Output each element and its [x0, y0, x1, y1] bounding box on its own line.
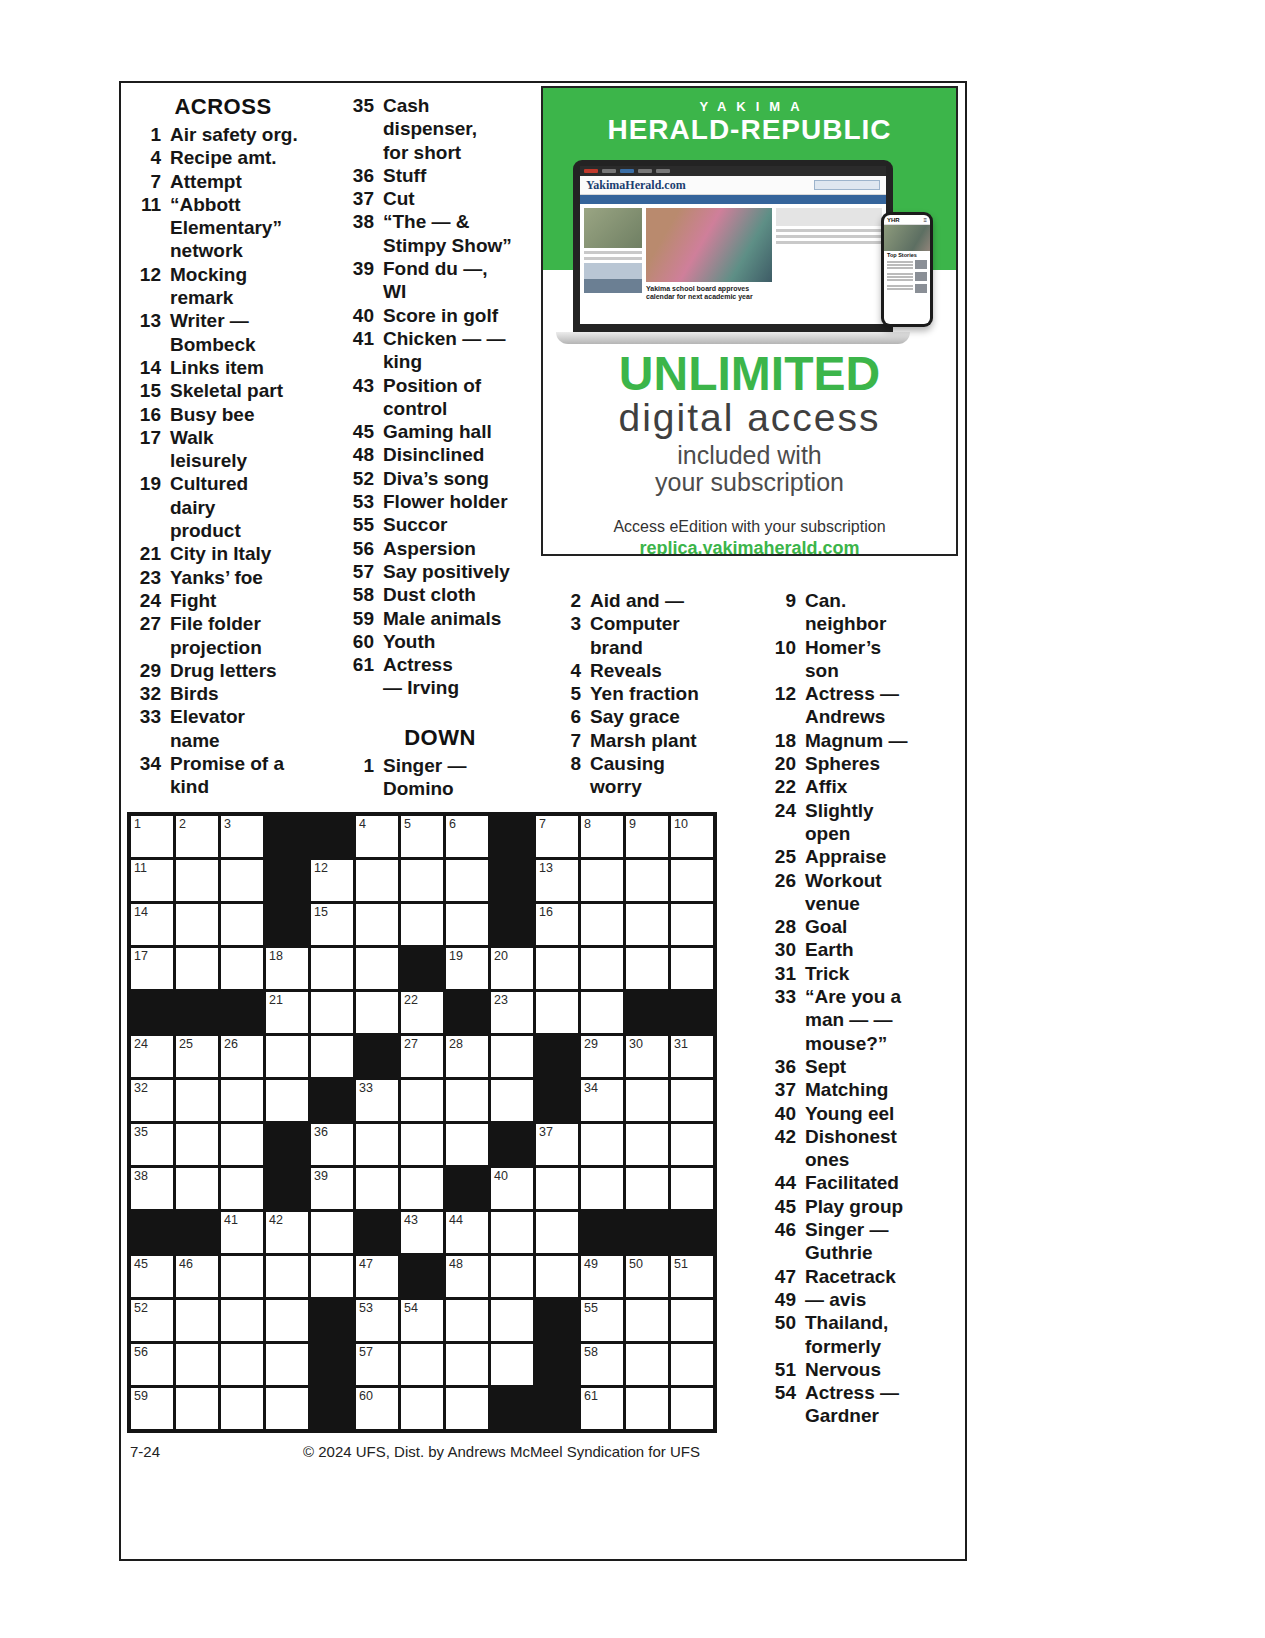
grid-cell[interactable]	[266, 1256, 308, 1297]
clue-item: 11“Abbott Elementary” network	[134, 193, 312, 263]
grid-cell[interactable]: 13	[536, 860, 578, 901]
ad-unlimited-headline: UNLIMITED	[543, 350, 956, 397]
laptop-screen: YakimaHerald.com Yakima school board app…	[580, 166, 886, 324]
clue-item: 7Marsh plant	[553, 729, 721, 752]
across-header: ACROSS	[134, 94, 312, 120]
clue-text: Can. neighbor	[805, 589, 886, 636]
clue-item: 24Slightly open	[758, 799, 940, 846]
grid-cell[interactable]	[356, 904, 398, 945]
across-clues-column-1: ACROSS1Air safety org.4Recipe amt.7Attem…	[134, 94, 312, 799]
grid-cell[interactable]	[536, 948, 578, 989]
grid-cell[interactable]	[221, 1168, 263, 1209]
clue-item: 48Disinclined	[340, 443, 540, 466]
cell-number: 51	[674, 1257, 688, 1271]
grid-cell[interactable]	[401, 1388, 443, 1429]
block-cell	[491, 1388, 533, 1429]
cell-number: 57	[359, 1345, 373, 1359]
clue-item: 54Actress — Gardner	[758, 1381, 940, 1428]
cell-number: 54	[404, 1301, 418, 1315]
block-cell	[536, 1080, 578, 1121]
grid-cell[interactable]: 11	[131, 860, 173, 901]
cell-number: 3	[224, 817, 231, 831]
grid-cell[interactable]: 12	[311, 860, 353, 901]
clue-text: Spheres	[805, 752, 880, 775]
clue-text: Writer — Bombeck	[170, 309, 256, 356]
across-down-clues-column-2: 35Cash dispenser, for short36Stuff37Cut3…	[340, 94, 540, 800]
cell-number: 25	[179, 1037, 193, 1051]
grid-cell[interactable]	[581, 948, 623, 989]
grid-cell[interactable]	[311, 1036, 353, 1077]
grid-cell[interactable]: 35	[131, 1124, 173, 1165]
grid-cell[interactable]: 57	[356, 1344, 398, 1385]
cell-number: 33	[359, 1081, 373, 1095]
grid-cell[interactable]: 3	[221, 816, 263, 857]
grid-cell[interactable]: 23	[491, 992, 533, 1033]
grid-cell[interactable]: 17	[131, 948, 173, 989]
grid-cell[interactable]	[671, 1124, 713, 1165]
clue-text: Recipe amt.	[170, 146, 277, 169]
grid-cell[interactable]: 25	[176, 1036, 218, 1077]
ad-replica-url[interactable]: replica.yakimaherald.com	[543, 538, 956, 556]
grid-cell[interactable]	[356, 860, 398, 901]
clue-item: 18Magnum —	[758, 729, 940, 752]
grid-cell[interactable]	[491, 1256, 533, 1297]
clue-item: 19Cultured dairy product	[134, 472, 312, 542]
grid-cell[interactable]: 29	[581, 1036, 623, 1077]
clue-number: 2	[553, 589, 590, 612]
grid-cell[interactable]	[311, 1212, 353, 1253]
clue-number: 48	[340, 443, 383, 466]
grid-cell[interactable]	[221, 1300, 263, 1341]
clue-number: 17	[134, 426, 170, 473]
grid-cell[interactable]: 30	[626, 1036, 668, 1077]
grid-cell[interactable]	[176, 1344, 218, 1385]
grid-cell[interactable]: 42	[266, 1212, 308, 1253]
site-nav-bar	[580, 195, 886, 204]
grid-cell[interactable]	[176, 860, 218, 901]
clue-item: 57Say positively	[340, 560, 540, 583]
clue-item: 45Gaming hall	[340, 420, 540, 443]
cell-number: 11	[134, 861, 147, 875]
clue-number: 55	[340, 513, 383, 536]
grid-cell[interactable]: 7	[536, 816, 578, 857]
grid-cell[interactable]	[401, 1080, 443, 1121]
clue-number: 10	[758, 636, 805, 683]
grid-cell[interactable]	[626, 1080, 668, 1121]
grid-cell[interactable]	[221, 860, 263, 901]
cell-number: 27	[404, 1037, 418, 1051]
grid-cell[interactable]	[671, 1168, 713, 1209]
clue-text: Walk leisurely	[170, 426, 247, 473]
grid-cell[interactable]	[446, 1388, 488, 1429]
grid-cell[interactable]: 15	[311, 904, 353, 945]
block-cell	[176, 992, 218, 1033]
grid-cell[interactable]: 2	[176, 816, 218, 857]
cell-number: 55	[584, 1301, 598, 1315]
grid-cell[interactable]: 21	[266, 992, 308, 1033]
clue-number: 33	[134, 705, 170, 752]
grid-cell[interactable]: 10	[671, 816, 713, 857]
clue-number: 20	[758, 752, 805, 775]
block-cell	[266, 860, 308, 901]
phone-story-text	[887, 260, 913, 270]
block-cell	[311, 1300, 353, 1341]
grid-cell[interactable]: 53	[356, 1300, 398, 1341]
grid-cell[interactable]	[356, 1124, 398, 1165]
clue-number: 32	[134, 682, 170, 705]
grid-cell[interactable]	[221, 1124, 263, 1165]
clue-number: 47	[758, 1265, 805, 1288]
grid-cell[interactable]: 54	[401, 1300, 443, 1341]
grid-cell[interactable]	[581, 992, 623, 1033]
clue-item: 23Yanks’ foe	[134, 566, 312, 589]
clue-number: 21	[134, 542, 170, 565]
clue-text: Say positively	[383, 560, 510, 583]
grid-cell[interactable]	[356, 1168, 398, 1209]
clue-text: Youth	[383, 630, 435, 653]
clue-item: 14Links item	[134, 356, 312, 379]
grid-cell[interactable]	[671, 1080, 713, 1121]
grid-cell[interactable]	[536, 1212, 578, 1253]
grid-cell[interactable]	[176, 904, 218, 945]
site-masthead: YakimaHerald.com	[580, 176, 886, 195]
block-cell	[671, 992, 713, 1033]
grid-cell[interactable]: 31	[671, 1036, 713, 1077]
grid-cell[interactable]	[311, 992, 353, 1033]
grid-cell[interactable]: 26	[221, 1036, 263, 1077]
clue-number: 51	[758, 1358, 805, 1381]
grid-cell[interactable]	[401, 1168, 443, 1209]
grid-cell[interactable]	[581, 904, 623, 945]
clue-number: 22	[758, 775, 805, 798]
cell-number: 43	[404, 1213, 418, 1227]
grid-cell[interactable]	[536, 1256, 578, 1297]
clue-item: 40Score in golf	[340, 304, 540, 327]
grid-cell[interactable]	[491, 1212, 533, 1253]
grid-cell[interactable]: 18	[266, 948, 308, 989]
grid-cell[interactable]	[176, 1168, 218, 1209]
cell-number: 19	[449, 949, 463, 963]
clue-number: 50	[758, 1311, 805, 1358]
grid-cell[interactable]	[311, 1256, 353, 1297]
cell-number: 12	[314, 861, 328, 875]
clue-text: Computer brand	[590, 612, 680, 659]
grid-cell[interactable]	[626, 904, 668, 945]
phone-app-bar: YHR ≡	[884, 215, 930, 225]
grid-cell[interactable]	[446, 1300, 488, 1341]
clue-text: Drug letters	[170, 659, 277, 682]
clue-item: 5Yen fraction	[553, 682, 721, 705]
cell-number: 22	[404, 993, 418, 1007]
clue-item: 28Goal	[758, 915, 940, 938]
grid-cell[interactable]: 39	[311, 1168, 353, 1209]
grid-cell[interactable]: 32	[131, 1080, 173, 1121]
grid-cell[interactable]: 4	[356, 816, 398, 857]
grid-cell[interactable]	[401, 904, 443, 945]
grid-cell[interactable]: 47	[356, 1256, 398, 1297]
grid-cell[interactable]: 43	[401, 1212, 443, 1253]
grid-cell[interactable]	[446, 860, 488, 901]
grid-cell[interactable]: 56	[131, 1344, 173, 1385]
clue-item: 49— avis	[758, 1288, 940, 1311]
grid-cell[interactable]: 61	[581, 1388, 623, 1429]
grid-cell[interactable]	[491, 1344, 533, 1385]
grid-cell[interactable]	[356, 992, 398, 1033]
grid-cell[interactable]	[266, 1344, 308, 1385]
phone-mockup: YHR ≡ Top Stories	[881, 212, 933, 327]
block-cell	[311, 1344, 353, 1385]
clue-text: Singer — Guthrie	[805, 1218, 888, 1265]
cell-number: 16	[539, 905, 553, 919]
cell-number: 26	[224, 1037, 238, 1051]
clue-number: 40	[340, 304, 383, 327]
clue-number: 6	[553, 705, 590, 728]
clue-number: 52	[340, 467, 383, 490]
cell-number: 1	[134, 817, 141, 831]
clue-number: 3	[553, 612, 590, 659]
clue-text: Cut	[383, 187, 415, 210]
grid-cell[interactable]	[176, 948, 218, 989]
clue-number: 54	[758, 1381, 805, 1428]
grid-cell[interactable]	[671, 860, 713, 901]
clue-item: 4Reveals	[553, 659, 721, 682]
clue-number: 24	[758, 799, 805, 846]
cell-number: 30	[629, 1037, 643, 1051]
grid-cell[interactable]: 46	[176, 1256, 218, 1297]
grid-cell[interactable]	[671, 1344, 713, 1385]
grid-cell[interactable]	[176, 1300, 218, 1341]
phone-photo	[884, 225, 930, 251]
grid-cell[interactable]: 33	[356, 1080, 398, 1121]
clue-text: Workout venue	[805, 869, 882, 916]
clue-number: 31	[758, 962, 805, 985]
grid-cell[interactable]	[626, 1300, 668, 1341]
cell-number: 8	[584, 817, 591, 831]
block-cell	[266, 1124, 308, 1165]
cell-number: 45	[134, 1257, 148, 1271]
clue-text: Fight	[170, 589, 216, 612]
cell-number: 42	[269, 1213, 283, 1227]
grid-cell[interactable]	[491, 1300, 533, 1341]
clue-text: Gaming hall	[383, 420, 492, 443]
clue-text: Disinclined	[383, 443, 484, 466]
grid-cell[interactable]	[626, 948, 668, 989]
clue-text: Thailand, formerly	[805, 1311, 888, 1358]
grid-cell[interactable]: 1	[131, 816, 173, 857]
grid-cell[interactable]: 37	[536, 1124, 578, 1165]
grid-cell[interactable]: 45	[131, 1256, 173, 1297]
grid-cell[interactable]	[581, 860, 623, 901]
grid-cell[interactable]: 24	[131, 1036, 173, 1077]
clue-number: 9	[758, 589, 805, 636]
cell-number: 37	[539, 1125, 553, 1139]
clue-text: Reveals	[590, 659, 662, 682]
grid-cell[interactable]: 49	[581, 1256, 623, 1297]
grid-cell[interactable]	[221, 1388, 263, 1429]
grid-cell[interactable]	[266, 1300, 308, 1341]
grid-cell[interactable]: 52	[131, 1300, 173, 1341]
clue-item: 12Actress — Andrews	[758, 682, 940, 729]
phone-story-thumb	[915, 260, 927, 269]
grid-cell[interactable]: 41	[221, 1212, 263, 1253]
grid-cell[interactable]: 51	[671, 1256, 713, 1297]
grid-cell[interactable]	[446, 904, 488, 945]
grid-cell[interactable]	[536, 1168, 578, 1209]
clue-text: Succor	[383, 513, 447, 536]
clue-text: Dishonest ones	[805, 1125, 897, 1172]
block-cell	[176, 1212, 218, 1253]
cell-number: 17	[134, 949, 148, 963]
cell-number: 46	[179, 1257, 193, 1271]
grid-cell[interactable]	[221, 1344, 263, 1385]
clue-item: 10Homer’s son	[758, 636, 940, 683]
clue-item: 29Drug letters	[134, 659, 312, 682]
grid-cell[interactable]	[626, 1344, 668, 1385]
clue-number: 8	[553, 752, 590, 799]
grid-cell[interactable]	[356, 948, 398, 989]
grid-cell[interactable]: 58	[581, 1344, 623, 1385]
clue-item: 32Birds	[134, 682, 312, 705]
grid-cell[interactable]	[491, 1080, 533, 1121]
clue-text: Say grace	[590, 705, 680, 728]
grid-cell[interactable]	[176, 1388, 218, 1429]
grid-cell[interactable]	[221, 1080, 263, 1121]
grid-cell[interactable]: 16	[536, 904, 578, 945]
grid-cell[interactable]	[266, 1036, 308, 1077]
cell-number: 47	[359, 1257, 373, 1271]
clue-number: 7	[553, 729, 590, 752]
grid-cell[interactable]	[266, 1388, 308, 1429]
clue-number: 53	[340, 490, 383, 513]
clue-item: 6Say grace	[553, 705, 721, 728]
block-cell	[491, 860, 533, 901]
grid-cell[interactable]	[626, 860, 668, 901]
grid-cell[interactable]	[671, 1388, 713, 1429]
clue-item: 36Sept	[758, 1055, 940, 1078]
block-cell	[311, 1080, 353, 1121]
block-cell	[536, 1036, 578, 1077]
clue-number: 37	[340, 187, 383, 210]
clue-item: 51Nervous	[758, 1358, 940, 1381]
grid-cell[interactable]	[581, 1168, 623, 1209]
clue-item: 7Attempt	[134, 170, 312, 193]
phone-story-text	[887, 272, 913, 282]
grid-cell[interactable]: 55	[581, 1300, 623, 1341]
grid-cell[interactable]: 44	[446, 1212, 488, 1253]
clue-text: “Are you a man — — mouse?”	[805, 985, 901, 1055]
clue-item: 44Facilitated	[758, 1171, 940, 1194]
grid-cell[interactable]	[401, 860, 443, 901]
grid-cell[interactable]: 60	[356, 1388, 398, 1429]
grid-cell[interactable]: 8	[581, 816, 623, 857]
clue-number: 23	[134, 566, 170, 589]
cell-number: 20	[494, 949, 508, 963]
clue-number: 28	[758, 915, 805, 938]
cell-number: 14	[134, 905, 148, 919]
grid-cell[interactable]	[401, 1344, 443, 1385]
grid-cell[interactable]: 48	[446, 1256, 488, 1297]
grid-cell[interactable]	[311, 948, 353, 989]
phone-story-thumb	[915, 272, 927, 281]
grid-cell[interactable]: 28	[446, 1036, 488, 1077]
clue-item: 9Can. neighbor	[758, 589, 940, 636]
clue-text: Cash dispenser, for short	[383, 94, 477, 164]
grid-cell[interactable]	[401, 1124, 443, 1165]
grid-cell[interactable]	[446, 1344, 488, 1385]
grid-cell[interactable]	[626, 1124, 668, 1165]
clue-text: Slightly open	[805, 799, 874, 846]
grid-cell[interactable]: 27	[401, 1036, 443, 1077]
grid-cell[interactable]: 6	[446, 816, 488, 857]
clue-number: 59	[340, 607, 383, 630]
laptop-mockup: YakimaHerald.com Yakima school board app…	[573, 160, 893, 332]
clue-item: 59Male animals	[340, 607, 540, 630]
grid-cell[interactable]: 36	[311, 1124, 353, 1165]
grid-cell[interactable]	[176, 1080, 218, 1121]
clue-number: 4	[553, 659, 590, 682]
grid-cell[interactable]: 14	[131, 904, 173, 945]
clue-number: 5	[553, 682, 590, 705]
clue-text: Yen fraction	[590, 682, 699, 705]
grid-cell[interactable]: 20	[491, 948, 533, 989]
grid-cell[interactable]	[446, 1124, 488, 1165]
grid-cell[interactable]	[626, 1168, 668, 1209]
clue-item: 3Computer brand	[553, 612, 721, 659]
site-content: Yakima school board approves calendar fo…	[580, 204, 886, 313]
clue-number: 24	[134, 589, 170, 612]
grid-cell[interactable]: 38	[131, 1168, 173, 1209]
clue-item: 43Position of control	[340, 374, 540, 421]
grid-cell[interactable]	[266, 1080, 308, 1121]
grid-cell[interactable]	[491, 1036, 533, 1077]
clue-text: Links item	[170, 356, 264, 379]
grid-cell[interactable]	[221, 948, 263, 989]
clue-item: 42Dishonest ones	[758, 1125, 940, 1172]
grid-cell[interactable]: 40	[491, 1168, 533, 1209]
phone-story-text	[887, 284, 913, 293]
grid-cell[interactable]: 5	[401, 816, 443, 857]
clue-number: 34	[134, 752, 170, 799]
clue-text: Cultured dairy product	[170, 472, 248, 542]
grid-cell[interactable]	[581, 1124, 623, 1165]
grid-cell[interactable]	[221, 904, 263, 945]
grid-cell[interactable]	[221, 1256, 263, 1297]
grid-cell[interactable]: 34	[581, 1080, 623, 1121]
grid-cell[interactable]	[536, 992, 578, 1033]
grid-cell[interactable]: 50	[626, 1256, 668, 1297]
cell-number: 60	[359, 1389, 373, 1403]
grid-cell[interactable]	[176, 1124, 218, 1165]
clue-text: Magnum —	[805, 729, 907, 752]
grid-cell[interactable]	[671, 1300, 713, 1341]
clue-item: 33“Are you a man — — mouse?”	[758, 985, 940, 1055]
grid-cell[interactable]	[446, 1080, 488, 1121]
phone-brand: YHR	[887, 217, 900, 223]
clue-text: Stuff	[383, 164, 426, 187]
clue-text: Racetrack	[805, 1265, 896, 1288]
grid-cell[interactable]: 9	[626, 816, 668, 857]
browser-bar	[580, 166, 886, 176]
cell-number: 36	[314, 1125, 328, 1139]
grid-cell[interactable]: 22	[401, 992, 443, 1033]
grid-cell[interactable]	[626, 1388, 668, 1429]
grid-cell[interactable]	[671, 904, 713, 945]
grid-cell[interactable]: 19	[446, 948, 488, 989]
grid-cell[interactable]	[671, 948, 713, 989]
grid-cell[interactable]: 59	[131, 1388, 173, 1429]
ad-brand-name: HERALD-REPUBLIC	[543, 115, 956, 145]
clue-text: Homer’s son	[805, 636, 881, 683]
